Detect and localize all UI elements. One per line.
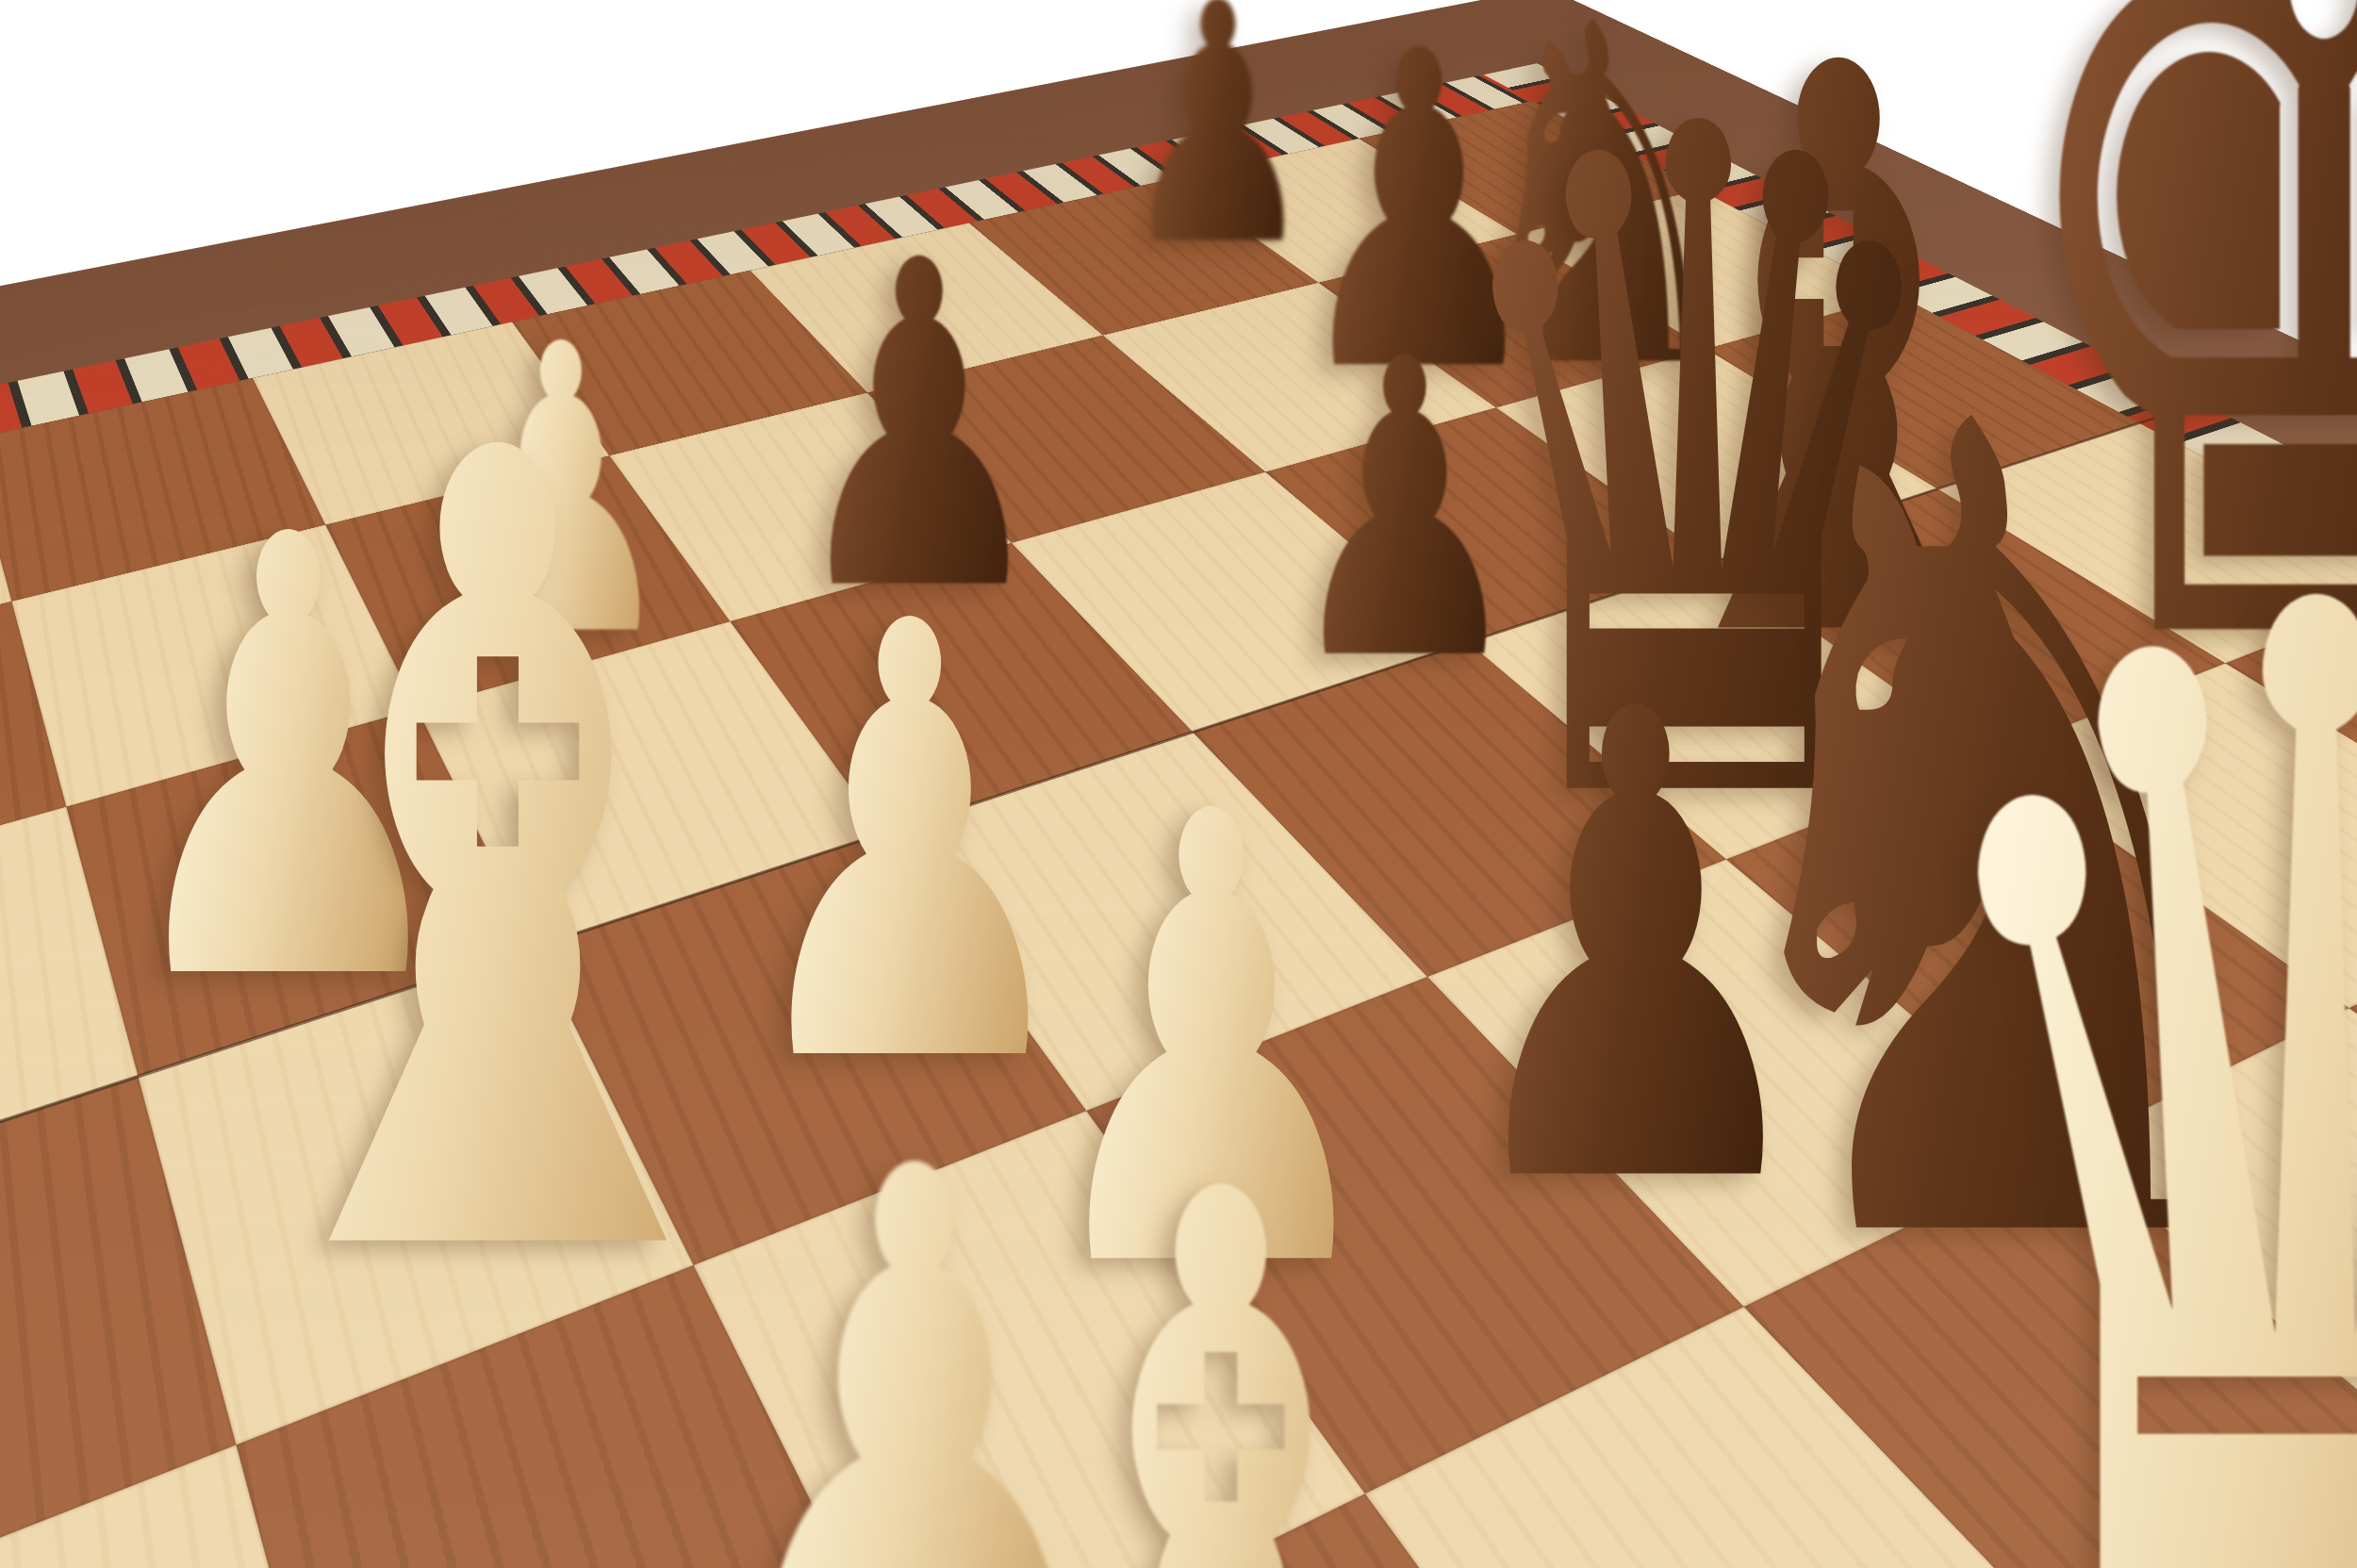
white-queen-glyph: ♛ [1868,420,2357,1568]
piece-white-queen-e3[interactable]: ♛ [1638,420,2357,1568]
piece-white-bishop-c2[interactable]: ♝ [836,1084,1607,1568]
pieces-layer: ♟♞♟♟♝♚♟♟♛♟♟♟♞♝♟♛♟♝ [0,0,2357,1568]
white-bishop-glyph: ♝ [966,1084,1475,1568]
chess-photo-page: ♟♞♟♟♝♚♟♟♛♟♟♟♞♝♟♛♟♝ [0,0,2357,1568]
